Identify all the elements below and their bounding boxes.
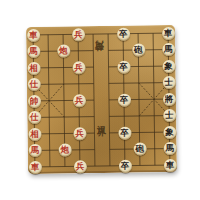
piece-red-horse[interactable]: 馬	[27, 45, 40, 58]
piece-black-cannon[interactable]: 砲	[132, 43, 145, 56]
piece-red-horse[interactable]: 馬	[28, 144, 41, 157]
piece-black-chariot[interactable]: 車	[161, 26, 174, 39]
piece-red-cannon[interactable]: 炮	[57, 44, 70, 57]
xiangqi-board: 楚河 汉界 車馬相仕帥仕相馬車炮炮兵兵兵兵兵卒卒卒卒卒砲砲車馬象士將士象馬車	[26, 25, 177, 174]
piece-black-cannon[interactable]: 砲	[133, 142, 146, 155]
piece-black-soldier[interactable]: 卒	[116, 27, 129, 40]
piece-black-elephant[interactable]: 象	[163, 125, 176, 138]
piece-red-chariot[interactable]: 車	[28, 160, 41, 173]
piece-red-soldier[interactable]: 兵	[71, 28, 84, 41]
piece-red-chariot[interactable]: 車	[27, 28, 40, 41]
piece-black-horse[interactable]: 馬	[162, 43, 175, 56]
piece-black-horse[interactable]: 馬	[163, 142, 176, 155]
piece-black-general[interactable]: 將	[162, 92, 175, 105]
pieces-grid: 車馬相仕帥仕相馬車炮炮兵兵兵兵兵卒卒卒卒卒砲砲車馬象士將士象馬車	[25, 25, 177, 176]
piece-red-general[interactable]: 帥	[27, 94, 40, 107]
piece-black-elephant[interactable]: 象	[162, 59, 175, 72]
piece-red-advisor[interactable]: 仕	[27, 78, 40, 91]
piece-red-elephant[interactable]: 相	[28, 127, 41, 140]
piece-black-soldier[interactable]: 卒	[118, 159, 131, 172]
piece-red-soldier[interactable]: 兵	[73, 160, 86, 173]
piece-red-soldier[interactable]: 兵	[72, 61, 85, 74]
piece-red-cannon[interactable]: 炮	[58, 143, 71, 156]
photo-stage: 楚河 汉界 車馬相仕帥仕相馬車炮炮兵兵兵兵兵卒卒卒卒卒砲砲車馬象士將士象馬車	[0, 0, 200, 200]
piece-black-soldier[interactable]: 卒	[117, 60, 130, 73]
piece-red-advisor[interactable]: 仕	[28, 111, 41, 124]
piece-red-elephant[interactable]: 相	[27, 61, 40, 74]
piece-black-chariot[interactable]: 車	[163, 158, 176, 171]
piece-black-soldier[interactable]: 卒	[117, 93, 130, 106]
piece-red-soldier[interactable]: 兵	[72, 94, 85, 107]
piece-black-advisor[interactable]: 士	[163, 109, 176, 122]
piece-black-advisor[interactable]: 士	[162, 76, 175, 89]
piece-black-soldier[interactable]: 卒	[118, 126, 131, 139]
piece-red-soldier[interactable]: 兵	[73, 127, 86, 140]
